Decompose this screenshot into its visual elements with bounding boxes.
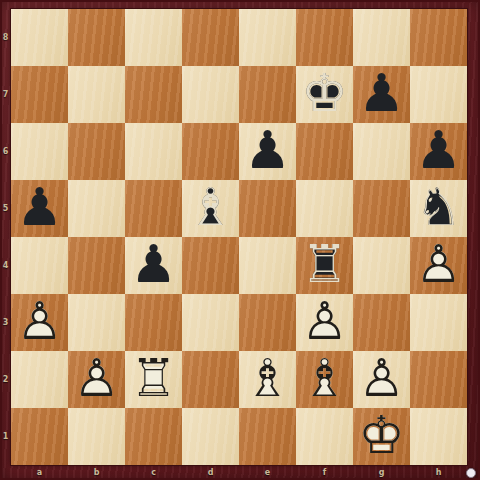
white-pawn[interactable]: ♟♙ <box>68 351 125 408</box>
file-label-e: e <box>239 468 296 477</box>
square-d6[interactable] <box>182 123 239 180</box>
piece-detail-layer: ♖ <box>296 237 353 294</box>
rank-label-7: 7 <box>0 90 11 99</box>
file-label-h: h <box>410 468 467 477</box>
rank-label-1: 1 <box>0 432 11 441</box>
square-g1[interactable]: ♚♔ <box>353 408 410 465</box>
white-to-move-indicator <box>466 468 476 478</box>
chess-board-frame: ♚♔♟♙♟♙♟♙♟♙♝♗♞♘♟♙♜♖♟♙♟♙♟♙♟♙♜♖♝♗♝♗♟♙♚♔ 876… <box>0 0 480 480</box>
square-a8[interactable] <box>11 9 68 66</box>
square-f1[interactable] <box>296 408 353 465</box>
black-pawn[interactable]: ♟♙ <box>125 237 182 294</box>
black-pawn[interactable]: ♟♙ <box>239 123 296 180</box>
square-c8[interactable] <box>125 9 182 66</box>
square-e6[interactable]: ♟♙ <box>239 123 296 180</box>
square-e7[interactable] <box>239 66 296 123</box>
board: ♚♔♟♙♟♙♟♙♟♙♝♗♞♘♟♙♜♖♟♙♟♙♟♙♟♙♜♖♝♗♝♗♟♙♚♔ <box>11 9 467 465</box>
square-e8[interactable] <box>239 9 296 66</box>
piece-fill-layer: ♟ <box>125 237 182 294</box>
white-pawn[interactable]: ♟♙ <box>353 351 410 408</box>
square-a4[interactable] <box>11 237 68 294</box>
piece-detail-layer: ♙ <box>11 294 68 351</box>
piece-detail-layer: ♙ <box>410 237 467 294</box>
square-b4[interactable] <box>68 237 125 294</box>
white-pawn[interactable]: ♟♙ <box>410 237 467 294</box>
square-c6[interactable] <box>125 123 182 180</box>
square-d5[interactable]: ♝♗ <box>182 180 239 237</box>
white-pawn[interactable]: ♟♙ <box>11 294 68 351</box>
square-g8[interactable] <box>353 9 410 66</box>
square-d8[interactable] <box>182 9 239 66</box>
file-label-d: d <box>182 468 239 477</box>
square-e3[interactable] <box>239 294 296 351</box>
piece-detail-layer: ♗ <box>239 351 296 408</box>
square-b7[interactable] <box>68 66 125 123</box>
square-e4[interactable] <box>239 237 296 294</box>
square-h5[interactable]: ♞♘ <box>410 180 467 237</box>
square-c2[interactable]: ♜♖ <box>125 351 182 408</box>
square-d1[interactable] <box>182 408 239 465</box>
square-f6[interactable] <box>296 123 353 180</box>
white-pawn[interactable]: ♟♙ <box>296 294 353 351</box>
square-a2[interactable] <box>11 351 68 408</box>
square-e1[interactable] <box>239 408 296 465</box>
file-label-c: c <box>125 468 182 477</box>
square-h4[interactable]: ♟♙ <box>410 237 467 294</box>
white-rook[interactable]: ♜♖ <box>125 351 182 408</box>
black-king[interactable]: ♚♔ <box>296 66 353 123</box>
square-e2[interactable]: ♝♗ <box>239 351 296 408</box>
rank-label-3: 3 <box>0 318 11 327</box>
rank-label-4: 4 <box>0 261 11 270</box>
square-f3[interactable]: ♟♙ <box>296 294 353 351</box>
black-knight[interactable]: ♞♘ <box>410 180 467 237</box>
file-label-g: g <box>353 468 410 477</box>
piece-detail-layer: ♙ <box>68 351 125 408</box>
square-c1[interactable] <box>125 408 182 465</box>
piece-detail-layer: ♘ <box>410 180 467 237</box>
piece-detail-layer: ♗ <box>296 351 353 408</box>
rank-label-8: 8 <box>0 33 11 42</box>
piece-detail-layer: ♖ <box>125 351 182 408</box>
black-bishop[interactable]: ♝♗ <box>182 180 239 237</box>
square-a7[interactable] <box>11 66 68 123</box>
piece-fill-layer: ♟ <box>239 123 296 180</box>
square-b2[interactable]: ♟♙ <box>68 351 125 408</box>
square-h8[interactable] <box>410 9 467 66</box>
square-a1[interactable] <box>11 408 68 465</box>
square-b8[interactable] <box>68 9 125 66</box>
square-h3[interactable] <box>410 294 467 351</box>
square-f2[interactable]: ♝♗ <box>296 351 353 408</box>
square-a3[interactable]: ♟♙ <box>11 294 68 351</box>
file-label-a: a <box>11 468 68 477</box>
square-b6[interactable] <box>68 123 125 180</box>
square-d2[interactable] <box>182 351 239 408</box>
square-g7[interactable]: ♟♙ <box>353 66 410 123</box>
square-b3[interactable] <box>68 294 125 351</box>
square-c3[interactable] <box>125 294 182 351</box>
square-h6[interactable]: ♟♙ <box>410 123 467 180</box>
square-b5[interactable] <box>68 180 125 237</box>
rank-label-5: 5 <box>0 204 11 213</box>
square-a6[interactable] <box>11 123 68 180</box>
square-a5[interactable]: ♟♙ <box>11 180 68 237</box>
piece-detail-layer: ♔ <box>296 66 353 123</box>
file-label-f: f <box>296 468 353 477</box>
square-g4[interactable] <box>353 237 410 294</box>
piece-detail-layer: ♙ <box>353 351 410 408</box>
file-label-b: b <box>68 468 125 477</box>
square-f4[interactable]: ♜♖ <box>296 237 353 294</box>
square-d7[interactable] <box>182 66 239 123</box>
black-pawn[interactable]: ♟♙ <box>410 123 467 180</box>
piece-fill-layer: ♟ <box>410 123 467 180</box>
black-rook[interactable]: ♜♖ <box>296 237 353 294</box>
square-d4[interactable] <box>182 237 239 294</box>
square-c5[interactable] <box>125 180 182 237</box>
square-h2[interactable] <box>410 351 467 408</box>
rank-label-2: 2 <box>0 375 11 384</box>
square-f7[interactable]: ♚♔ <box>296 66 353 123</box>
square-c7[interactable] <box>125 66 182 123</box>
white-king[interactable]: ♚♔ <box>353 408 410 465</box>
black-pawn[interactable]: ♟♙ <box>353 66 410 123</box>
square-h1[interactable] <box>410 408 467 465</box>
square-b1[interactable] <box>68 408 125 465</box>
piece-detail-layer: ♗ <box>182 180 239 237</box>
square-g6[interactable] <box>353 123 410 180</box>
square-g5[interactable] <box>353 180 410 237</box>
square-d3[interactable] <box>182 294 239 351</box>
piece-fill-layer: ♟ <box>11 180 68 237</box>
piece-fill-layer: ♟ <box>353 66 410 123</box>
square-e5[interactable] <box>239 180 296 237</box>
rank-label-6: 6 <box>0 147 11 156</box>
white-bishop[interactable]: ♝♗ <box>239 351 296 408</box>
square-g3[interactable] <box>353 294 410 351</box>
square-h7[interactable] <box>410 66 467 123</box>
piece-detail-layer: ♙ <box>296 294 353 351</box>
piece-detail-layer: ♔ <box>353 408 410 465</box>
white-bishop[interactable]: ♝♗ <box>296 351 353 408</box>
square-c4[interactable]: ♟♙ <box>125 237 182 294</box>
black-pawn[interactable]: ♟♙ <box>11 180 68 237</box>
square-f8[interactable] <box>296 9 353 66</box>
square-g2[interactable]: ♟♙ <box>353 351 410 408</box>
square-f5[interactable] <box>296 180 353 237</box>
